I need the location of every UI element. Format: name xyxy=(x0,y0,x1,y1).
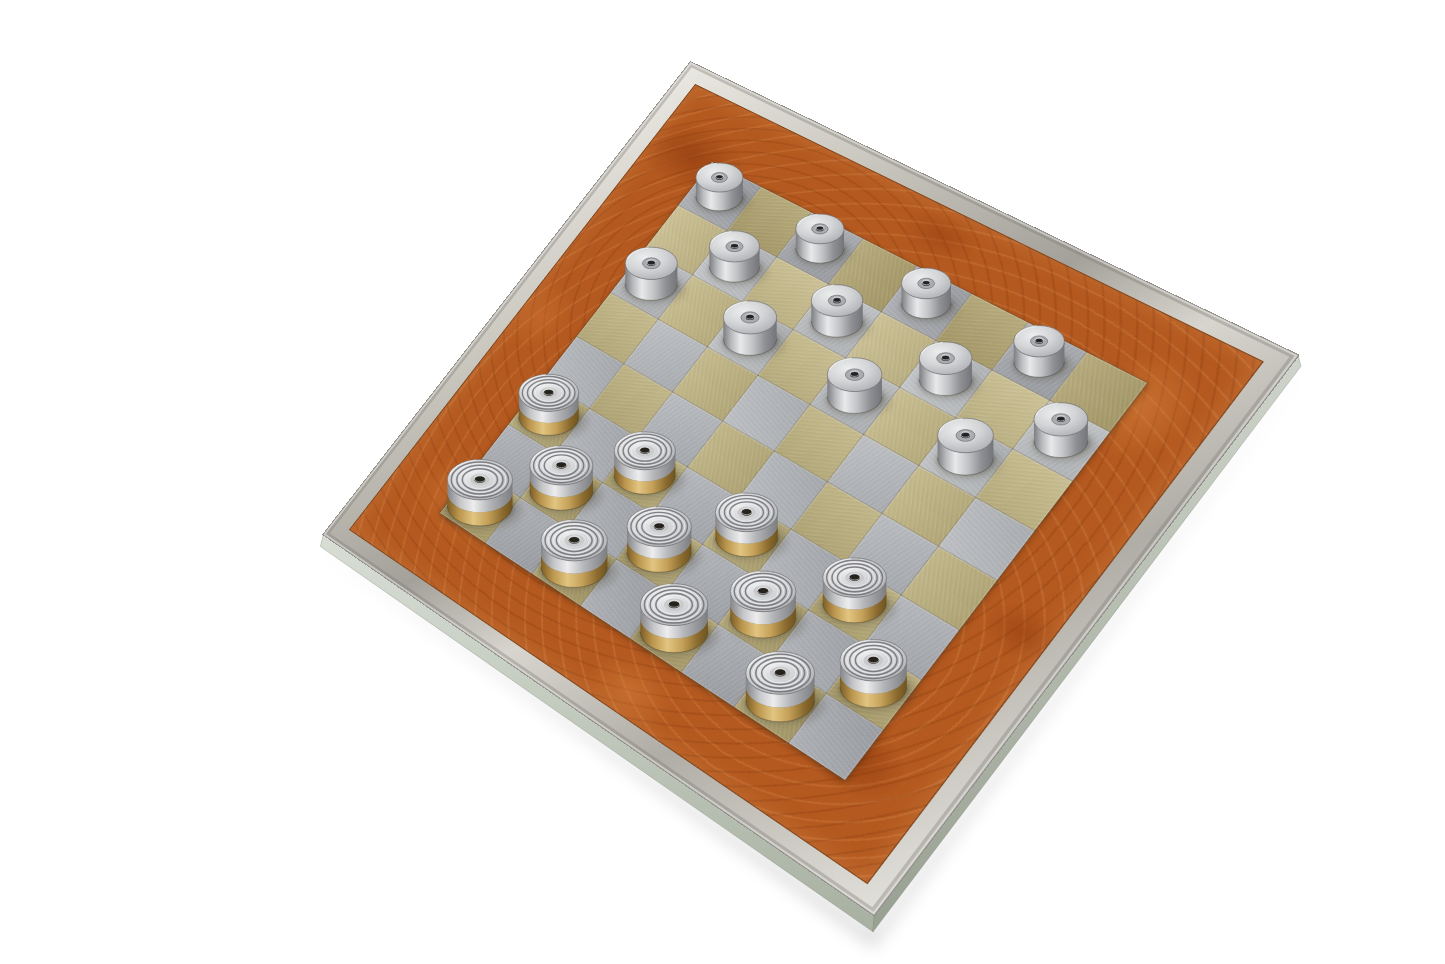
photo-background xyxy=(0,0,1445,964)
